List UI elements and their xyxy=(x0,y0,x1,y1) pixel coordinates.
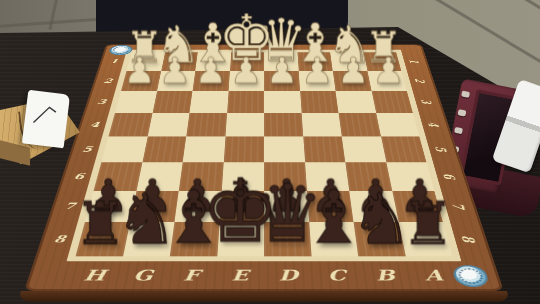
card-pen-mark xyxy=(22,90,70,149)
rank-label-right-5: 5 xyxy=(414,141,467,158)
score-card[interactable] xyxy=(22,90,70,149)
rank-label-right-1: 1 xyxy=(392,55,437,67)
chess-board: HGFEDCBA 12345678 12345678 ♜♞♝♚♛♝♞♜♟♟♟♟♟… xyxy=(24,45,504,291)
scoresheet-holder[interactable] xyxy=(0,98,80,164)
photo-chess-scene: HGFEDCBA 12345678 12345678 ♜♞♝♚♛♝♞♜♟♟♟♟♟… xyxy=(0,0,540,304)
rank-label-right-4: 4 xyxy=(408,117,459,133)
rank-label-right-7: 7 xyxy=(429,196,488,217)
rank-label-right-3: 3 xyxy=(402,94,451,109)
rank-label-right-6: 6 xyxy=(421,167,477,186)
rank-label-right-8: 8 xyxy=(437,228,500,251)
board-side-edge xyxy=(17,291,510,302)
rank-label-right-2: 2 xyxy=(397,74,444,87)
board-scene: HGFEDCBA 12345678 12345678 ♜♞♝♚♛♝♞♜♟♟♟♟♟… xyxy=(24,0,504,291)
